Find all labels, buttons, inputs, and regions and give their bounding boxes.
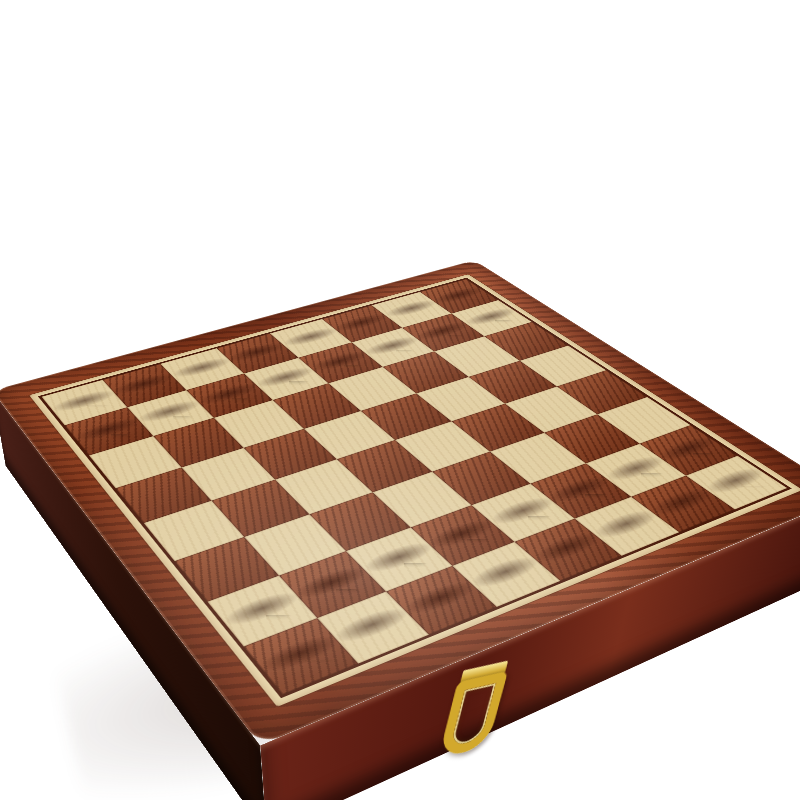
gold-clasp xyxy=(429,658,519,775)
chess-set-product-photo: ♜♞♝♚♛♝♞♜♟♟♟♟♟♟♟♟♟♟♟♟♟♟♟♟♜♞♝♚♛♝♞♜ xyxy=(0,0,800,800)
rook-glyph: ♜ xyxy=(264,581,345,667)
clasp-buckle-ring xyxy=(438,671,508,759)
